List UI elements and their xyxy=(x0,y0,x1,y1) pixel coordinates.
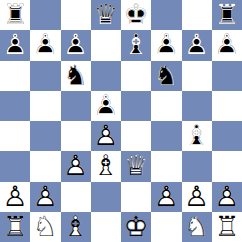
white-knight-piece[interactable]: ♞♘ xyxy=(182,212,212,242)
piece-glyph-outline: ♔ xyxy=(121,212,151,242)
piece-glyph-outline: ♙ xyxy=(91,121,121,151)
square-c7[interactable]: ♟♙ xyxy=(61,30,91,60)
square-a1[interactable]: ♜♖ xyxy=(0,212,30,242)
white-pawn-piece[interactable]: ♟♙ xyxy=(212,182,242,212)
square-e7[interactable]: ♝♗ xyxy=(121,30,151,60)
piece-glyph-outline: ♘ xyxy=(30,212,60,242)
square-b4[interactable] xyxy=(30,121,60,151)
square-h4[interactable] xyxy=(212,121,242,151)
piece-glyph-outline: ♖ xyxy=(212,0,242,30)
square-d5[interactable]: ♟♙ xyxy=(91,91,121,121)
black-pawn-piece[interactable]: ♟♙ xyxy=(0,30,30,60)
piece-glyph-outline: ♙ xyxy=(0,182,30,212)
square-g3[interactable] xyxy=(182,151,212,181)
piece-glyph-outline: ♙ xyxy=(182,182,212,212)
square-b2[interactable]: ♟♙ xyxy=(30,182,60,212)
square-g2[interactable]: ♟♙ xyxy=(182,182,212,212)
square-d4[interactable]: ♟♙ xyxy=(91,121,121,151)
square-c1[interactable]: ♝♗ xyxy=(61,212,91,242)
piece-glyph-outline: ♖ xyxy=(0,0,30,30)
square-f5[interactable] xyxy=(151,91,181,121)
black-bishop-piece[interactable]: ♝♗ xyxy=(182,121,212,151)
square-b6[interactable] xyxy=(30,61,60,91)
square-d1[interactable] xyxy=(91,212,121,242)
black-pawn-piece[interactable]: ♟♙ xyxy=(91,91,121,121)
square-g7[interactable]: ♟♙ xyxy=(182,30,212,60)
square-b5[interactable] xyxy=(30,91,60,121)
square-e8[interactable]: ♚♔ xyxy=(121,0,151,30)
square-d7[interactable] xyxy=(91,30,121,60)
piece-glyph-outline: ♙ xyxy=(30,30,60,60)
piece-glyph-outline: ♙ xyxy=(182,30,212,60)
square-b3[interactable] xyxy=(30,151,60,181)
square-e1[interactable]: ♚♔ xyxy=(121,212,151,242)
black-pawn-piece[interactable]: ♟♙ xyxy=(182,30,212,60)
white-pawn-piece[interactable]: ♟♙ xyxy=(0,182,30,212)
square-a7[interactable]: ♟♙ xyxy=(0,30,30,60)
white-pawn-piece[interactable]: ♟♙ xyxy=(61,151,91,181)
square-d2[interactable] xyxy=(91,182,121,212)
piece-glyph-outline: ♙ xyxy=(61,151,91,181)
square-c3[interactable]: ♟♙ xyxy=(61,151,91,181)
white-queen-piece[interactable]: ♛♕ xyxy=(121,151,151,181)
white-pawn-piece[interactable]: ♟♙ xyxy=(30,182,60,212)
black-pawn-piece[interactable]: ♟♙ xyxy=(151,30,181,60)
chess-board: ♜♖♛♕♚♔♜♖♟♙♟♙♟♙♝♗♟♙♟♙♟♙♞♘♞♘♟♙♟♙♝♗♟♙♝♗♛♕♟♙… xyxy=(0,0,242,242)
piece-glyph-outline: ♗ xyxy=(61,212,91,242)
black-bishop-piece[interactable]: ♝♗ xyxy=(121,30,151,60)
black-pawn-piece[interactable]: ♟♙ xyxy=(212,30,242,60)
white-bishop-piece[interactable]: ♝♗ xyxy=(91,151,121,181)
square-f7[interactable]: ♟♙ xyxy=(151,30,181,60)
square-f1[interactable] xyxy=(151,212,181,242)
square-a2[interactable]: ♟♙ xyxy=(0,182,30,212)
square-f6[interactable]: ♞♘ xyxy=(151,61,181,91)
square-h8[interactable]: ♜♖ xyxy=(212,0,242,30)
black-pawn-piece[interactable]: ♟♙ xyxy=(61,30,91,60)
piece-glyph-outline: ♔ xyxy=(121,0,151,30)
piece-glyph-outline: ♘ xyxy=(182,212,212,242)
piece-glyph-outline: ♕ xyxy=(121,151,151,181)
square-g4[interactable]: ♝♗ xyxy=(182,121,212,151)
square-a4[interactable] xyxy=(0,121,30,151)
white-pawn-piece[interactable]: ♟♙ xyxy=(182,182,212,212)
piece-glyph-outline: ♙ xyxy=(91,91,121,121)
black-pawn-piece[interactable]: ♟♙ xyxy=(30,30,60,60)
square-h7[interactable]: ♟♙ xyxy=(212,30,242,60)
square-e6[interactable] xyxy=(121,61,151,91)
square-b7[interactable]: ♟♙ xyxy=(30,30,60,60)
square-d8[interactable]: ♛♕ xyxy=(91,0,121,30)
square-c6[interactable]: ♞♘ xyxy=(61,61,91,91)
white-pawn-piece[interactable]: ♟♙ xyxy=(151,182,181,212)
black-king-piece[interactable]: ♚♔ xyxy=(121,0,151,30)
square-g6[interactable] xyxy=(182,61,212,91)
black-knight-piece[interactable]: ♞♘ xyxy=(61,61,91,91)
square-f8[interactable] xyxy=(151,0,181,30)
piece-glyph-outline: ♙ xyxy=(0,30,30,60)
piece-glyph-outline: ♙ xyxy=(30,182,60,212)
piece-glyph-outline: ♗ xyxy=(182,121,212,151)
piece-glyph-outline: ♗ xyxy=(91,151,121,181)
square-a6[interactable] xyxy=(0,61,30,91)
piece-glyph-outline: ♘ xyxy=(151,61,181,91)
white-knight-piece[interactable]: ♞♘ xyxy=(30,212,60,242)
square-c2[interactable] xyxy=(61,182,91,212)
square-h5[interactable] xyxy=(212,91,242,121)
square-a5[interactable] xyxy=(0,91,30,121)
square-g5[interactable] xyxy=(182,91,212,121)
black-queen-piece[interactable]: ♛♕ xyxy=(91,0,121,30)
square-c8[interactable] xyxy=(61,0,91,30)
square-g1[interactable]: ♞♘ xyxy=(182,212,212,242)
square-h3[interactable] xyxy=(212,151,242,181)
square-a3[interactable] xyxy=(0,151,30,181)
square-d6[interactable] xyxy=(91,61,121,91)
piece-glyph-outline: ♖ xyxy=(212,212,242,242)
piece-glyph-outline: ♙ xyxy=(61,30,91,60)
piece-glyph-outline: ♖ xyxy=(0,212,30,242)
square-e5[interactable] xyxy=(121,91,151,121)
piece-glyph-outline: ♗ xyxy=(121,30,151,60)
piece-glyph-outline: ♘ xyxy=(61,61,91,91)
white-rook-piece[interactable]: ♜♖ xyxy=(0,212,30,242)
square-e4[interactable] xyxy=(121,121,151,151)
square-c5[interactable] xyxy=(61,91,91,121)
piece-glyph-outline: ♙ xyxy=(151,182,181,212)
square-f3[interactable] xyxy=(151,151,181,181)
square-f4[interactable] xyxy=(151,121,181,151)
square-f2[interactable]: ♟♙ xyxy=(151,182,181,212)
white-pawn-piece[interactable]: ♟♙ xyxy=(91,121,121,151)
square-g8[interactable] xyxy=(182,0,212,30)
square-h2[interactable]: ♟♙ xyxy=(212,182,242,212)
piece-glyph-outline: ♙ xyxy=(151,30,181,60)
black-rook-piece[interactable]: ♜♖ xyxy=(212,0,242,30)
square-d3[interactable]: ♝♗ xyxy=(91,151,121,181)
square-e2[interactable] xyxy=(121,182,151,212)
square-b1[interactable]: ♞♘ xyxy=(30,212,60,242)
white-bishop-piece[interactable]: ♝♗ xyxy=(61,212,91,242)
square-h1[interactable]: ♜♖ xyxy=(212,212,242,242)
white-rook-piece[interactable]: ♜♖ xyxy=(212,212,242,242)
square-h6[interactable] xyxy=(212,61,242,91)
white-king-piece[interactable]: ♚♔ xyxy=(121,212,151,242)
piece-glyph-outline: ♙ xyxy=(212,30,242,60)
black-knight-piece[interactable]: ♞♘ xyxy=(151,61,181,91)
piece-glyph-outline: ♙ xyxy=(212,182,242,212)
square-c4[interactable] xyxy=(61,121,91,151)
square-e3[interactable]: ♛♕ xyxy=(121,151,151,181)
square-b8[interactable] xyxy=(30,0,60,30)
black-rook-piece[interactable]: ♜♖ xyxy=(0,0,30,30)
square-a8[interactable]: ♜♖ xyxy=(0,0,30,30)
piece-glyph-outline: ♕ xyxy=(91,0,121,30)
